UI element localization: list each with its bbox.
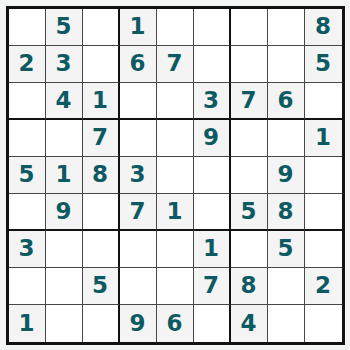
cell-r8c8[interactable] <box>268 268 305 305</box>
cell-r8c2[interactable] <box>46 268 83 305</box>
cell-r3c1[interactable] <box>9 83 46 120</box>
cell-r6c5: 1 <box>157 194 194 231</box>
cell-r5c3: 8 <box>83 157 120 194</box>
cell-r1c5[interactable] <box>157 9 194 46</box>
cell-r2c3[interactable] <box>83 46 120 83</box>
cell-r8c5[interactable] <box>157 268 194 305</box>
cell-r8c7: 8 <box>231 268 268 305</box>
cell-r3c6: 3 <box>194 83 231 120</box>
cell-r5c2: 1 <box>46 157 83 194</box>
sudoku-board: 5182367541376791518399715831557821964 <box>6 6 345 345</box>
cell-r6c4: 7 <box>120 194 157 231</box>
cell-r1c7[interactable] <box>231 9 268 46</box>
cell-r7c9[interactable] <box>305 231 342 268</box>
cell-r7c3[interactable] <box>83 231 120 268</box>
cell-r5c1: 5 <box>9 157 46 194</box>
cell-r9c3[interactable] <box>83 305 120 342</box>
cell-r5c6[interactable] <box>194 157 231 194</box>
cell-r2c9: 5 <box>305 46 342 83</box>
cell-r1c3[interactable] <box>83 9 120 46</box>
cell-r6c1[interactable] <box>9 194 46 231</box>
cell-r7c7[interactable] <box>231 231 268 268</box>
cell-r1c1[interactable] <box>9 9 46 46</box>
cell-r4c7[interactable] <box>231 120 268 157</box>
cell-r1c9: 8 <box>305 9 342 46</box>
cell-r7c4[interactable] <box>120 231 157 268</box>
cell-r2c5: 7 <box>157 46 194 83</box>
cell-r4c9: 1 <box>305 120 342 157</box>
cell-r2c8[interactable] <box>268 46 305 83</box>
cell-r6c9[interactable] <box>305 194 342 231</box>
cell-r9c5: 6 <box>157 305 194 342</box>
cell-r4c6: 9 <box>194 120 231 157</box>
cell-r8c3: 5 <box>83 268 120 305</box>
cell-r7c2[interactable] <box>46 231 83 268</box>
cell-r5c5[interactable] <box>157 157 194 194</box>
cell-r5c7[interactable] <box>231 157 268 194</box>
cell-r7c5[interactable] <box>157 231 194 268</box>
cell-r1c6[interactable] <box>194 9 231 46</box>
cell-r8c4[interactable] <box>120 268 157 305</box>
cell-r3c2: 4 <box>46 83 83 120</box>
cell-r4c3: 7 <box>83 120 120 157</box>
cell-r8c9: 2 <box>305 268 342 305</box>
cell-r3c8: 6 <box>268 83 305 120</box>
cell-r9c7: 4 <box>231 305 268 342</box>
cell-r6c7: 5 <box>231 194 268 231</box>
cell-r3c3: 1 <box>83 83 120 120</box>
cell-r8c6: 7 <box>194 268 231 305</box>
cell-r5c4: 3 <box>120 157 157 194</box>
cell-r3c5[interactable] <box>157 83 194 120</box>
cell-r6c6[interactable] <box>194 194 231 231</box>
cell-r6c8: 8 <box>268 194 305 231</box>
cell-r4c2[interactable] <box>46 120 83 157</box>
cell-r4c8[interactable] <box>268 120 305 157</box>
cell-r9c6[interactable] <box>194 305 231 342</box>
cell-r2c4: 6 <box>120 46 157 83</box>
cell-r7c8: 5 <box>268 231 305 268</box>
cell-r2c1: 2 <box>9 46 46 83</box>
cell-r9c8[interactable] <box>268 305 305 342</box>
cell-r3c4[interactable] <box>120 83 157 120</box>
cell-r1c2: 5 <box>46 9 83 46</box>
cell-r9c2[interactable] <box>46 305 83 342</box>
cell-r5c9[interactable] <box>305 157 342 194</box>
cell-r3c7: 7 <box>231 83 268 120</box>
cell-r2c7[interactable] <box>231 46 268 83</box>
cell-r9c1: 1 <box>9 305 46 342</box>
cell-r6c2: 9 <box>46 194 83 231</box>
cell-r9c4: 9 <box>120 305 157 342</box>
cell-r4c4[interactable] <box>120 120 157 157</box>
cell-r6c3[interactable] <box>83 194 120 231</box>
cell-r7c6: 1 <box>194 231 231 268</box>
cell-r4c1[interactable] <box>9 120 46 157</box>
cell-r5c8: 9 <box>268 157 305 194</box>
cell-r2c6[interactable] <box>194 46 231 83</box>
cell-r2c2: 3 <box>46 46 83 83</box>
cell-r1c8[interactable] <box>268 9 305 46</box>
cell-r3c9[interactable] <box>305 83 342 120</box>
cell-r1c4: 1 <box>120 9 157 46</box>
cell-r9c9[interactable] <box>305 305 342 342</box>
cell-r7c1: 3 <box>9 231 46 268</box>
cell-r8c1[interactable] <box>9 268 46 305</box>
cell-r4c5[interactable] <box>157 120 194 157</box>
